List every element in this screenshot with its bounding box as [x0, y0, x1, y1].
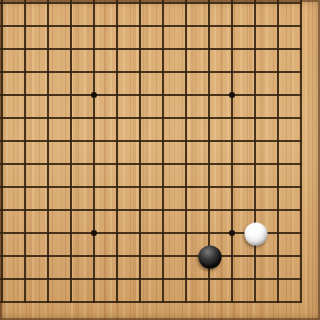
go-board[interactable] [0, 0, 320, 320]
white-stone [245, 223, 268, 246]
grid-line-vertical [1, 0, 3, 303]
grid-line-horizontal [0, 25, 302, 27]
screenshot-stage [0, 0, 320, 320]
grid-line-horizontal [0, 209, 302, 211]
grid-line-vertical [47, 0, 49, 303]
grid-line-horizontal [0, 117, 302, 119]
grid-line-horizontal [0, 2, 302, 4]
grid-line-horizontal [0, 301, 302, 303]
star-point [91, 92, 97, 98]
grid-line-vertical [185, 0, 187, 303]
grid-line-horizontal [0, 278, 302, 280]
grid-line-vertical [139, 0, 141, 303]
black-stone [199, 246, 222, 269]
grid-line-horizontal [0, 255, 302, 257]
grid-line-vertical [70, 0, 72, 303]
grid-line-vertical [116, 0, 118, 303]
grid-line-vertical [277, 0, 279, 303]
grid-line-vertical [24, 0, 26, 303]
grid-line-horizontal [0, 163, 302, 165]
star-point [229, 92, 235, 98]
grid-line-horizontal [0, 94, 302, 96]
grid-line-vertical [162, 0, 164, 303]
grid-line-horizontal [0, 186, 302, 188]
grid-line-horizontal [0, 140, 302, 142]
grid-line-horizontal [0, 71, 302, 73]
grid-line-vertical [231, 0, 233, 303]
grid-line-horizontal [0, 48, 302, 50]
grid-line-vertical [93, 0, 95, 303]
star-point [91, 230, 97, 236]
grid-line-vertical [300, 0, 302, 303]
star-point [229, 230, 235, 236]
grid-line-vertical [254, 0, 256, 303]
